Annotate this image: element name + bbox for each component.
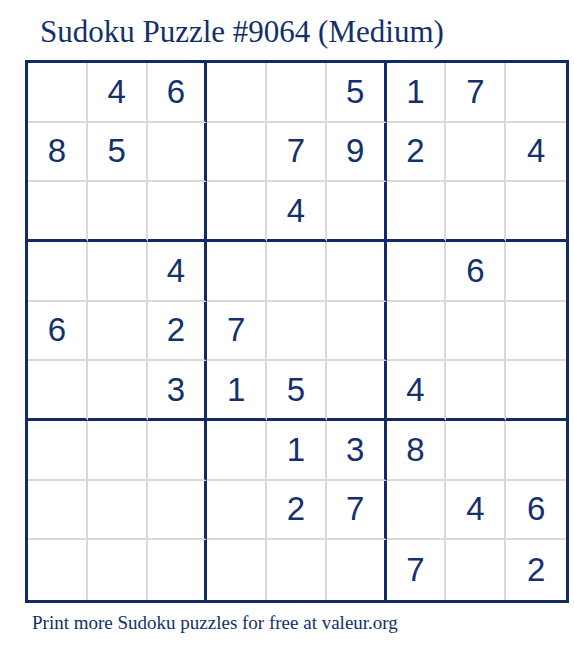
cell-r8c1[interactable] [28, 481, 88, 541]
cell-r1c6[interactable]: 5 [327, 63, 387, 123]
cell-r6c6[interactable] [327, 361, 387, 421]
footer-text: Print more Sudoku puzzles for free at va… [32, 613, 398, 632]
cell-r6c1[interactable] [28, 361, 88, 421]
cell-r1c5[interactable] [267, 63, 327, 123]
cell-r3c9[interactable] [506, 182, 566, 242]
cell-r2c7[interactable]: 2 [387, 123, 447, 183]
cell-r9c7[interactable]: 7 [387, 540, 447, 600]
cell-r4c9[interactable] [506, 242, 566, 302]
cell-r3c6[interactable] [327, 182, 387, 242]
cell-r3c7[interactable] [387, 182, 447, 242]
cell-r7c4[interactable] [207, 421, 267, 481]
cell-r5c8[interactable] [446, 302, 506, 362]
cell-r8c8[interactable]: 4 [446, 481, 506, 541]
cell-r4c6[interactable] [327, 242, 387, 302]
cell-r2c4[interactable] [207, 123, 267, 183]
cell-r3c8[interactable] [446, 182, 506, 242]
cell-r5c2[interactable] [88, 302, 148, 362]
cell-r9c8[interactable] [446, 540, 506, 600]
cell-r7c6[interactable]: 3 [327, 421, 387, 481]
cell-r6c3[interactable]: 3 [148, 361, 208, 421]
cell-r9c4[interactable] [207, 540, 267, 600]
cell-r8c2[interactable] [88, 481, 148, 541]
cell-r4c2[interactable] [88, 242, 148, 302]
cell-r1c9[interactable] [506, 63, 566, 123]
cell-r5c9[interactable] [506, 302, 566, 362]
cell-r5c7[interactable] [387, 302, 447, 362]
cell-r3c3[interactable] [148, 182, 208, 242]
cell-r6c8[interactable] [446, 361, 506, 421]
cell-r3c5[interactable]: 4 [267, 182, 327, 242]
cell-r6c7[interactable]: 4 [387, 361, 447, 421]
cell-r9c1[interactable] [28, 540, 88, 600]
cell-r1c1[interactable] [28, 63, 88, 123]
cell-r8c3[interactable] [148, 481, 208, 541]
cell-r1c2[interactable]: 4 [88, 63, 148, 123]
sudoku-page: Sudoku Puzzle #9064 (Medium) 46517857924… [0, 0, 574, 651]
cell-r8c6[interactable]: 7 [327, 481, 387, 541]
cell-r4c1[interactable] [28, 242, 88, 302]
cell-r9c6[interactable] [327, 540, 387, 600]
cell-r2c8[interactable] [446, 123, 506, 183]
cell-r3c4[interactable] [207, 182, 267, 242]
cell-r7c9[interactable] [506, 421, 566, 481]
cell-r4c8[interactable]: 6 [446, 242, 506, 302]
cell-r8c4[interactable] [207, 481, 267, 541]
cell-r5c1[interactable]: 6 [28, 302, 88, 362]
cell-r9c5[interactable] [267, 540, 327, 600]
cell-r3c2[interactable] [88, 182, 148, 242]
cell-r8c7[interactable] [387, 481, 447, 541]
cell-r1c8[interactable]: 7 [446, 63, 506, 123]
cell-r7c2[interactable] [88, 421, 148, 481]
cell-r2c2[interactable]: 5 [88, 123, 148, 183]
cell-r3c1[interactable] [28, 182, 88, 242]
cell-r7c7[interactable]: 8 [387, 421, 447, 481]
cell-r1c7[interactable]: 1 [387, 63, 447, 123]
cell-r5c4[interactable]: 7 [207, 302, 267, 362]
cell-r2c5[interactable]: 7 [267, 123, 327, 183]
cell-r9c2[interactable] [88, 540, 148, 600]
cell-r4c5[interactable] [267, 242, 327, 302]
cell-r2c1[interactable]: 8 [28, 123, 88, 183]
sudoku-board: 465178579244466273154138274672 [25, 60, 569, 603]
cell-r1c4[interactable] [207, 63, 267, 123]
cell-r6c9[interactable] [506, 361, 566, 421]
puzzle-title: Sudoku Puzzle #9064 (Medium) [40, 16, 444, 47]
cell-r1c3[interactable]: 6 [148, 63, 208, 123]
cell-r6c5[interactable]: 5 [267, 361, 327, 421]
cell-r7c8[interactable] [446, 421, 506, 481]
cell-r7c5[interactable]: 1 [267, 421, 327, 481]
cell-r8c9[interactable]: 6 [506, 481, 566, 541]
cell-r4c7[interactable] [387, 242, 447, 302]
cell-r2c3[interactable] [148, 123, 208, 183]
cell-r8c5[interactable]: 2 [267, 481, 327, 541]
cell-r4c3[interactable]: 4 [148, 242, 208, 302]
cell-r2c6[interactable]: 9 [327, 123, 387, 183]
cell-r2c9[interactable]: 4 [506, 123, 566, 183]
cell-r4c4[interactable] [207, 242, 267, 302]
cell-r7c1[interactable] [28, 421, 88, 481]
cell-r9c3[interactable] [148, 540, 208, 600]
cell-r5c6[interactable] [327, 302, 387, 362]
cell-r7c3[interactable] [148, 421, 208, 481]
cell-r6c2[interactable] [88, 361, 148, 421]
cell-r5c3[interactable]: 2 [148, 302, 208, 362]
cell-r6c4[interactable]: 1 [207, 361, 267, 421]
cell-r5c5[interactable] [267, 302, 327, 362]
cell-r9c9[interactable]: 2 [506, 540, 566, 600]
